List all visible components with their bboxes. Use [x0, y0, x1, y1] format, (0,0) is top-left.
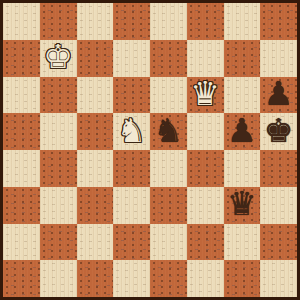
square-e2[interactable]: [150, 224, 187, 261]
square-e3[interactable]: [150, 187, 187, 224]
square-d2[interactable]: [113, 224, 150, 261]
square-e4[interactable]: [150, 150, 187, 187]
piece-black-pawn[interactable]: ♟: [264, 77, 294, 112]
square-g7[interactable]: [224, 40, 261, 77]
piece-white-knight[interactable]: ♞: [117, 113, 147, 148]
square-c7[interactable]: [77, 40, 114, 77]
square-b7[interactable]: ♚: [40, 40, 77, 77]
square-a4[interactable]: [3, 150, 40, 187]
square-h8[interactable]: [260, 3, 297, 40]
square-d7[interactable]: [113, 40, 150, 77]
chessboard: ♚♛♟♞♞♟♚♛: [3, 3, 297, 297]
square-g3[interactable]: ♛: [224, 187, 261, 224]
square-a8[interactable]: [3, 3, 40, 40]
square-b6[interactable]: [40, 77, 77, 114]
square-c5[interactable]: [77, 113, 114, 150]
square-a2[interactable]: [3, 224, 40, 261]
square-g2[interactable]: [224, 224, 261, 261]
square-b3[interactable]: [40, 187, 77, 224]
square-e8[interactable]: [150, 3, 187, 40]
square-g4[interactable]: [224, 150, 261, 187]
square-c3[interactable]: [77, 187, 114, 224]
square-d4[interactable]: [113, 150, 150, 187]
square-c2[interactable]: [77, 224, 114, 261]
square-f3[interactable]: [187, 187, 224, 224]
square-f1[interactable]: [187, 260, 224, 297]
square-f4[interactable]: [187, 150, 224, 187]
square-f5[interactable]: [187, 113, 224, 150]
square-b8[interactable]: [40, 3, 77, 40]
square-g8[interactable]: [224, 3, 261, 40]
piece-black-queen[interactable]: ♛: [227, 187, 257, 222]
square-h7[interactable]: [260, 40, 297, 77]
square-d8[interactable]: [113, 3, 150, 40]
piece-black-pawn[interactable]: ♟: [227, 113, 257, 148]
square-e5[interactable]: ♞: [150, 113, 187, 150]
square-d5[interactable]: ♞: [113, 113, 150, 150]
square-f6[interactable]: ♛: [187, 77, 224, 114]
square-g6[interactable]: [224, 77, 261, 114]
square-a3[interactable]: [3, 187, 40, 224]
square-b1[interactable]: [40, 260, 77, 297]
piece-white-king[interactable]: ♚: [43, 40, 73, 75]
square-a5[interactable]: [3, 113, 40, 150]
square-h3[interactable]: [260, 187, 297, 224]
square-c1[interactable]: [77, 260, 114, 297]
square-c6[interactable]: [77, 77, 114, 114]
square-g1[interactable]: [224, 260, 261, 297]
square-a7[interactable]: [3, 40, 40, 77]
square-d3[interactable]: [113, 187, 150, 224]
square-c4[interactable]: [77, 150, 114, 187]
square-h1[interactable]: [260, 260, 297, 297]
square-f7[interactable]: [187, 40, 224, 77]
square-c8[interactable]: [77, 3, 114, 40]
square-g5[interactable]: ♟: [224, 113, 261, 150]
piece-black-king[interactable]: ♚: [264, 113, 294, 148]
square-a6[interactable]: [3, 77, 40, 114]
square-h6[interactable]: ♟: [260, 77, 297, 114]
square-a1[interactable]: [3, 260, 40, 297]
square-e7[interactable]: [150, 40, 187, 77]
square-e6[interactable]: [150, 77, 187, 114]
square-b5[interactable]: [40, 113, 77, 150]
square-d1[interactable]: [113, 260, 150, 297]
chessboard-frame: ♚♛♟♞♞♟♚♛: [0, 0, 300, 300]
square-f2[interactable]: [187, 224, 224, 261]
square-b2[interactable]: [40, 224, 77, 261]
square-f8[interactable]: [187, 3, 224, 40]
square-b4[interactable]: [40, 150, 77, 187]
piece-black-knight[interactable]: ♞: [154, 113, 184, 148]
piece-white-queen[interactable]: ♛: [190, 77, 220, 112]
square-h4[interactable]: [260, 150, 297, 187]
square-d6[interactable]: [113, 77, 150, 114]
square-h5[interactable]: ♚: [260, 113, 297, 150]
square-e1[interactable]: [150, 260, 187, 297]
square-h2[interactable]: [260, 224, 297, 261]
